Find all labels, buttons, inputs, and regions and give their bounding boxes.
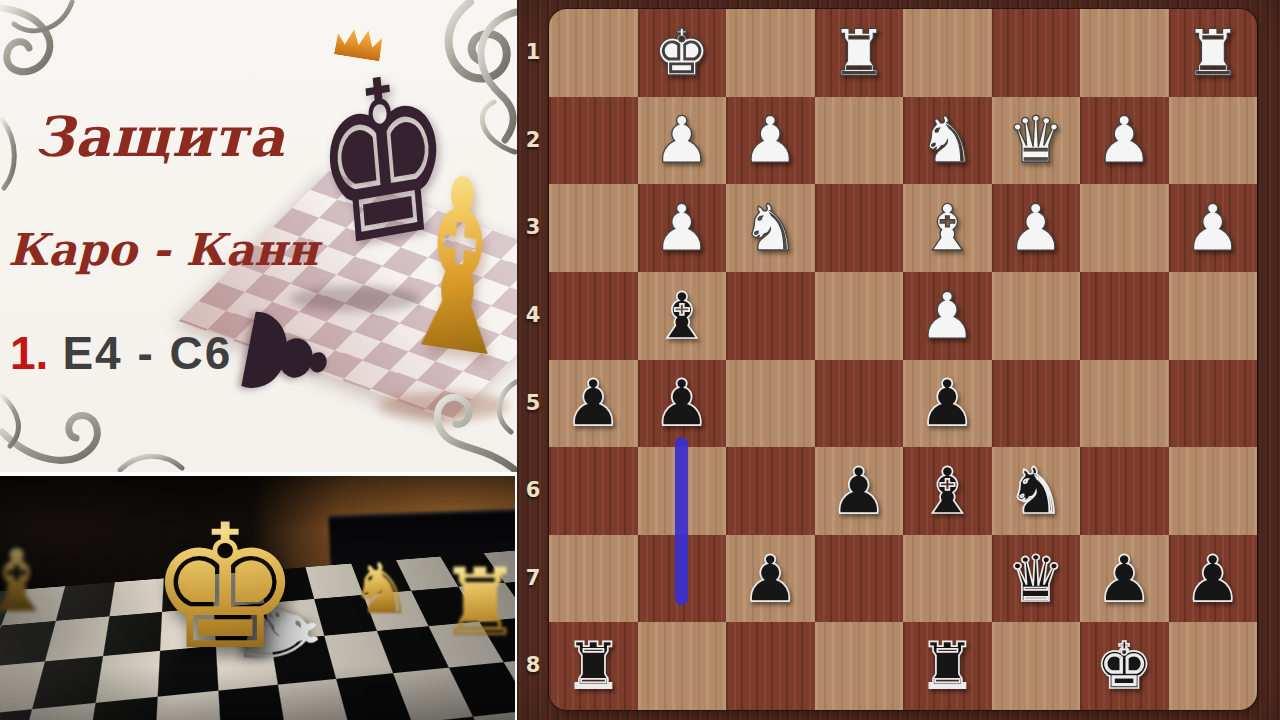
square-h1[interactable]	[549, 9, 638, 97]
square-d8[interactable]: ♜	[903, 622, 992, 710]
square-b6[interactable]	[1080, 447, 1169, 535]
piece-white-rook-a1: ♜	[1184, 21, 1241, 85]
square-h3[interactable]	[549, 184, 638, 272]
piece-black-pawn-f7: ♟	[742, 547, 799, 611]
square-e3[interactable]	[815, 184, 904, 272]
square-c8[interactable]	[992, 622, 1081, 710]
thumbnail-stage: ♟ ♚ ♝	[0, 0, 1280, 720]
chessboard-panel: ♚♜♜♟♟♞♛♟♟♞♝♟♟♝♟♟♟♟♟♝♞♟♛♟♟♜♜♚ 12345678	[517, 0, 1280, 720]
square-f3[interactable]: ♞	[726, 184, 815, 272]
square-c3[interactable]: ♟	[992, 184, 1081, 272]
opening-moves: 1. E4 - C6	[10, 326, 232, 380]
piece-white-knight-f3: ♞	[742, 196, 799, 260]
square-c1[interactable]	[992, 9, 1081, 97]
square-a2[interactable]	[1169, 97, 1258, 185]
square-g2[interactable]: ♟	[638, 97, 727, 185]
piece-white-queen-c2: ♛	[1007, 108, 1064, 172]
square-b8[interactable]: ♚	[1080, 622, 1169, 710]
square-f6[interactable]	[726, 447, 815, 535]
king-shadow	[290, 286, 420, 312]
square-h7[interactable]	[549, 535, 638, 623]
square-c4[interactable]	[992, 272, 1081, 360]
square-f8[interactable]	[726, 622, 815, 710]
rank-label-6: 6	[517, 447, 549, 535]
square-b7[interactable]: ♟	[1080, 535, 1169, 623]
piece-black-pawn-d5: ♟	[919, 371, 976, 435]
move-arrow-g7-g5	[675, 437, 688, 605]
rank-label-5: 5	[517, 360, 549, 448]
piece-white-pawn-d4: ♟	[919, 284, 976, 348]
square-f7[interactable]: ♟	[726, 535, 815, 623]
square-b3[interactable]	[1080, 184, 1169, 272]
rank-label-4: 4	[517, 272, 549, 360]
piece-black-knight-c6: ♞	[1007, 459, 1064, 523]
square-b4[interactable]	[1080, 272, 1169, 360]
piece-white-rook-e1: ♜	[830, 21, 887, 85]
piece-white-pawn-a3: ♟	[1184, 196, 1241, 260]
square-h5[interactable]: ♟	[549, 360, 638, 448]
square-d5[interactable]: ♟	[903, 360, 992, 448]
square-d4[interactable]: ♟	[903, 272, 992, 360]
square-g1[interactable]: ♚	[638, 9, 727, 97]
piece-black-rook-d8: ♜	[919, 634, 976, 698]
square-c2[interactable]: ♛	[992, 97, 1081, 185]
square-g8[interactable]	[638, 622, 727, 710]
square-a1[interactable]: ♜	[1169, 9, 1258, 97]
square-d6[interactable]: ♝	[903, 447, 992, 535]
square-e6[interactable]: ♟	[815, 447, 904, 535]
piece-black-pawn-a7: ♟	[1184, 547, 1241, 611]
square-h8[interactable]: ♜	[549, 622, 638, 710]
square-e7[interactable]	[815, 535, 904, 623]
piece-black-bishop-g4: ♝	[653, 284, 710, 348]
square-c6[interactable]: ♞	[992, 447, 1081, 535]
chessboard: ♚♜♜♟♟♞♛♟♟♞♝♟♟♝♟♟♟♟♟♝♞♟♛♟♟♜♜♚	[549, 9, 1257, 710]
tilted-chessboard	[179, 171, 517, 421]
square-f4[interactable]	[726, 272, 815, 360]
piece-white-pawn-g2: ♟	[653, 108, 710, 172]
piece-white-king-g1: ♚	[653, 21, 710, 85]
opening-title-line2: Каро - Канн	[8, 224, 319, 275]
square-d7[interactable]	[903, 535, 992, 623]
piece-black-rook-h8: ♜	[565, 634, 622, 698]
piece-black-pawn-e6: ♟	[830, 459, 887, 523]
orange-crown	[334, 25, 384, 62]
piece-black-pawn-g5: ♟	[653, 371, 710, 435]
photo-vignette	[0, 476, 515, 720]
piece-white-bishop-d3: ♝	[919, 196, 976, 260]
square-a6[interactable]	[1169, 447, 1258, 535]
piece-black-bishop-d6: ♝	[919, 459, 976, 523]
square-d1[interactable]	[903, 9, 992, 97]
rank-label-3: 3	[517, 184, 549, 272]
square-e8[interactable]	[815, 622, 904, 710]
square-h2[interactable]	[549, 97, 638, 185]
square-e2[interactable]	[815, 97, 904, 185]
square-a5[interactable]	[1169, 360, 1258, 448]
chess-photo: ♝ ♞ ♜ ♞ ♚	[0, 476, 515, 720]
square-g3[interactable]: ♟	[638, 184, 727, 272]
golden-bishop: ♝	[389, 139, 517, 395]
square-d3[interactable]: ♝	[903, 184, 992, 272]
square-e1[interactable]: ♜	[815, 9, 904, 97]
square-b5[interactable]	[1080, 360, 1169, 448]
square-d2[interactable]: ♞	[903, 97, 992, 185]
square-f5[interactable]	[726, 360, 815, 448]
left-column: ♟ ♚ ♝	[0, 0, 517, 720]
rank-label-7: 7	[517, 535, 549, 623]
square-e4[interactable]	[815, 272, 904, 360]
piece-white-knight-d2: ♞	[919, 108, 976, 172]
move-number: 1.	[10, 326, 48, 380]
square-f1[interactable]	[726, 9, 815, 97]
square-a4[interactable]	[1169, 272, 1258, 360]
square-h4[interactable]	[549, 272, 638, 360]
piece-white-pawn-b2: ♟	[1096, 108, 1153, 172]
square-c7[interactable]: ♛	[992, 535, 1081, 623]
fallen-black-pawn: ♟	[221, 289, 350, 422]
square-h6[interactable]	[549, 447, 638, 535]
move-text: E4 - C6	[62, 326, 232, 380]
square-g4[interactable]: ♝	[638, 272, 727, 360]
piece-black-pawn-b7: ♟	[1096, 547, 1153, 611]
piece-white-pawn-f2: ♟	[742, 108, 799, 172]
fallen-black-king: ♚	[307, 41, 461, 281]
rank-label-1: 1	[517, 9, 549, 97]
piece-black-king-b8: ♚	[1096, 634, 1153, 698]
square-e5[interactable]	[815, 360, 904, 448]
piece-black-pawn-h5: ♟	[565, 371, 622, 435]
square-a7[interactable]: ♟	[1169, 535, 1258, 623]
piece-black-queen-c7: ♛	[1007, 547, 1064, 611]
square-b1[interactable]	[1080, 9, 1169, 97]
piece-white-pawn-g3: ♟	[653, 196, 710, 260]
square-a3[interactable]: ♟	[1169, 184, 1258, 272]
gold-piece-shadow	[378, 392, 508, 420]
square-c5[interactable]	[992, 360, 1081, 448]
square-b2[interactable]: ♟	[1080, 97, 1169, 185]
title-card: ♟ ♚ ♝	[0, 0, 517, 472]
square-g5[interactable]: ♟	[638, 360, 727, 448]
square-a8[interactable]	[1169, 622, 1258, 710]
piece-white-pawn-c3: ♟	[1007, 196, 1064, 260]
rank-label-8: 8	[517, 622, 549, 710]
opening-title-line1: Защита	[34, 104, 285, 169]
rank-label-2: 2	[517, 97, 549, 185]
square-f2[interactable]: ♟	[726, 97, 815, 185]
